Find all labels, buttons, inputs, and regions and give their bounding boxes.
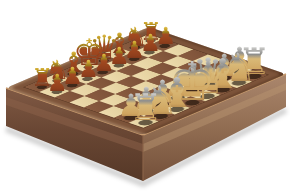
chess-set-photo: ♜♞♝♛♚♝♞♜♟♟♟♟♟♟♟♟♟♟♟♟♟♟♟♟♜♞♝♛♚♝♞♜ — [0, 0, 290, 191]
rook-glyph: ♜ — [130, 91, 163, 128]
pawn-glyph: ♟ — [46, 72, 67, 96]
